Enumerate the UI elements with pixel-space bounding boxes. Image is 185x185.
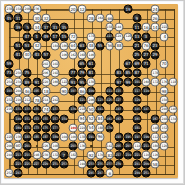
move-number: 25	[135, 53, 140, 57]
white-stone: 18	[41, 87, 50, 96]
move-number: 224	[80, 126, 85, 129]
white-stone: 152	[160, 123, 169, 132]
black-stone: 49	[41, 32, 50, 41]
move-number: 235	[98, 163, 103, 166]
move-number: 104	[61, 135, 66, 138]
move-number: 73	[7, 71, 12, 75]
move-number: 218	[80, 108, 85, 111]
move-number: 217	[116, 154, 121, 157]
move-number: 228	[7, 135, 12, 138]
move-number: 76	[144, 44, 149, 48]
move-number: 4	[163, 35, 165, 39]
move-number: 120	[162, 145, 167, 148]
move-number: 251	[143, 172, 148, 175]
white-stone: 92	[87, 151, 96, 160]
black-stone: 31	[14, 14, 23, 23]
black-stone: 47	[23, 32, 32, 41]
move-number: 108	[52, 145, 57, 148]
white-stone: 66	[105, 14, 114, 23]
move-number: 20	[71, 7, 76, 11]
move-number: 106	[61, 53, 66, 56]
black-stone: 109	[87, 87, 96, 96]
move-number: 30	[34, 16, 39, 20]
move-number: 142	[107, 145, 112, 148]
move-number: 207	[125, 145, 130, 148]
black-stone: 101	[133, 78, 142, 87]
move-number: 157	[52, 117, 57, 120]
move-number: 50	[89, 108, 94, 112]
black-stone: 37	[41, 23, 50, 32]
black-stone: 133	[23, 105, 32, 114]
white-stone: 174	[87, 32, 96, 41]
white-stone: 58	[151, 160, 160, 169]
white-stone: 126	[160, 133, 169, 142]
move-number: 155	[43, 117, 48, 120]
move-number: 227	[34, 163, 39, 166]
black-stone: 77	[69, 69, 78, 78]
white-stone: 168	[78, 50, 87, 59]
white-stone: 238	[5, 5, 14, 14]
black-stone: 147	[142, 105, 151, 114]
black-stone: 107	[69, 87, 78, 96]
move-number: 140	[171, 108, 176, 111]
white-stone: 84	[96, 114, 105, 123]
black-stone: 183	[23, 133, 32, 142]
black-stone: 97	[114, 78, 123, 87]
move-number: 199	[143, 135, 148, 138]
black-stone: 11	[133, 23, 142, 32]
move-number: 237	[107, 163, 112, 166]
black-stone: 221	[133, 151, 142, 160]
move-number: 215	[25, 154, 30, 157]
white-stone: 48	[87, 41, 96, 50]
move-number: 216	[7, 108, 12, 111]
move-number: 169	[16, 126, 21, 129]
black-stone: 197	[133, 133, 142, 142]
white-stone: 254	[5, 78, 14, 87]
white-stone: 192	[50, 69, 59, 78]
move-number: 176	[162, 81, 167, 84]
move-number: 3	[145, 35, 147, 39]
move-number: 14	[153, 25, 158, 29]
move-number: 129	[134, 99, 139, 102]
move-number: 119	[143, 90, 148, 93]
black-stone: 63	[78, 41, 87, 50]
white-stone: 70	[160, 60, 169, 69]
move-number: 175	[43, 126, 48, 129]
black-stone: 245	[87, 169, 96, 178]
white-stone: 76	[142, 41, 151, 50]
white-stone: 228	[5, 133, 14, 142]
white-stone: 24	[151, 5, 160, 14]
white-stone: 202	[41, 60, 50, 69]
move-number: 210	[16, 99, 21, 102]
move-number: 151	[25, 117, 30, 120]
move-number: 97	[116, 80, 121, 84]
white-stone: 234	[14, 78, 23, 87]
move-number: 75	[25, 71, 30, 75]
window-frame: 2381542082362012192445313032281646692639…	[0, 0, 185, 185]
white-stone: 106	[60, 50, 69, 59]
move-number: 117	[134, 90, 139, 93]
move-number: 222	[162, 26, 167, 29]
move-number: 52	[89, 117, 94, 121]
black-stone: 215	[23, 151, 32, 160]
move-number: 166	[52, 81, 57, 84]
black-stone: 237	[105, 160, 114, 169]
black-stone: 247	[96, 169, 105, 178]
black-stone: 229	[41, 160, 50, 169]
black-stone: 167	[151, 114, 160, 123]
black-stone: 149	[14, 114, 23, 123]
white-stone: 146	[87, 50, 96, 59]
move-number: 208	[25, 8, 30, 11]
black-stone: 5	[23, 23, 32, 32]
white-stone: 224	[78, 123, 87, 132]
move-number: 249	[134, 172, 139, 175]
white-stone: 118	[169, 78, 178, 87]
move-number: 254	[7, 81, 12, 84]
black-stone: 131	[14, 105, 23, 114]
move-number: 179	[107, 126, 112, 129]
move-number: 138	[80, 135, 85, 138]
move-number: 32	[43, 16, 48, 20]
black-stone: 225	[23, 160, 32, 169]
black-stone: 135	[32, 105, 41, 114]
move-number: 192	[52, 72, 57, 75]
go-board[interactable]: 2381542082362012192445313032281646692639…	[4, 4, 178, 178]
move-number: 211	[143, 145, 148, 148]
white-stone: 28	[87, 14, 96, 23]
move-number: 87	[135, 71, 140, 75]
white-stone: 178	[151, 69, 160, 78]
black-stone: 153	[32, 114, 41, 123]
move-number: 42	[34, 44, 39, 48]
move-number: 66	[107, 16, 112, 20]
black-stone: 57	[41, 50, 50, 59]
move-number: 107	[70, 90, 75, 93]
move-number: 205	[116, 145, 121, 148]
move-number: 180	[153, 145, 158, 148]
black-stone: 25	[133, 50, 142, 59]
move-number: 65	[80, 62, 85, 66]
black-stone: 87	[133, 69, 142, 78]
black-stone: 55	[96, 41, 105, 50]
white-stone: 4	[160, 32, 169, 41]
move-number: 234	[16, 81, 21, 84]
black-stone: 205	[114, 142, 123, 151]
black-stone: 171	[23, 123, 32, 132]
white-stone: 204	[14, 87, 23, 96]
move-number: 133	[25, 108, 30, 111]
white-stone: 86	[78, 87, 87, 96]
white-stone: 230	[41, 151, 50, 160]
move-number: 250	[16, 72, 21, 75]
move-number: 186	[61, 44, 66, 47]
move-number: 239	[116, 163, 121, 166]
black-stone: 249	[133, 169, 142, 178]
move-number: 131	[16, 108, 21, 111]
move-number: 241	[134, 163, 139, 166]
move-number: 45	[7, 16, 12, 20]
move-number: 136	[80, 145, 85, 148]
move-number: 150	[162, 99, 167, 102]
white-stone: 108	[50, 142, 59, 151]
black-stone: 67	[123, 60, 132, 69]
move-number: 252	[7, 172, 12, 175]
white-stone: 140	[169, 105, 178, 114]
black-stone: 85	[123, 69, 132, 78]
move-number: 183	[25, 135, 30, 138]
white-stone: 218	[78, 105, 87, 114]
move-number: 158	[107, 26, 112, 29]
white-stone: 56	[105, 41, 114, 50]
white-stone: 124	[114, 32, 123, 41]
move-number: 112	[153, 135, 158, 138]
move-number: 146	[89, 53, 94, 56]
move-number: 81	[89, 71, 94, 75]
move-number: 96	[98, 135, 103, 139]
white-stone: 184	[50, 41, 59, 50]
move-number: 246	[89, 99, 94, 102]
move-number: 57	[43, 53, 48, 57]
white-stone: 100	[69, 133, 78, 142]
black-stone: 121	[78, 96, 87, 105]
white-stone: 198	[32, 151, 41, 160]
move-number: 152	[162, 126, 167, 129]
move-number: 232	[7, 99, 12, 102]
black-stone: 115	[114, 87, 123, 96]
black-stone: 217	[114, 151, 123, 160]
black-stone: 209	[142, 160, 151, 169]
black-stone: 119	[142, 87, 151, 96]
black-stone: 193	[114, 133, 123, 142]
white-stone: 138	[78, 133, 87, 142]
white-stone: 186	[60, 41, 69, 50]
move-number: 115	[116, 90, 121, 93]
move-number: 67	[125, 62, 130, 66]
move-number: 5	[26, 25, 28, 29]
move-number: 248	[162, 117, 167, 120]
move-number: 159	[61, 117, 66, 120]
move-number: 167	[153, 117, 158, 120]
move-number: 60	[16, 144, 21, 148]
black-stone: 71	[142, 60, 151, 69]
black-stone: 241	[133, 160, 142, 169]
black-stone: 13	[133, 32, 142, 41]
move-number: 82	[107, 153, 112, 157]
black-stone: 117	[133, 87, 142, 96]
move-number: 1	[35, 35, 37, 39]
move-number: 122	[61, 81, 66, 84]
black-stone: 73	[5, 69, 14, 78]
move-number: 170	[98, 154, 103, 157]
white-stone: 170	[96, 151, 105, 160]
move-number: 174	[89, 35, 94, 38]
move-number: 144	[116, 26, 121, 29]
black-stone: 17	[50, 32, 59, 41]
black-stone: 7	[60, 151, 69, 160]
move-number: 185	[34, 135, 39, 138]
move-number: 128	[125, 35, 130, 38]
move-number: 84	[98, 117, 103, 121]
white-stone: 188	[96, 123, 105, 132]
black-stone: 59	[5, 60, 14, 69]
move-number: 233	[89, 163, 94, 166]
move-number: 149	[16, 117, 21, 120]
move-number: 94	[80, 117, 85, 121]
move-number: 161	[107, 117, 112, 120]
black-stone: 143	[114, 105, 123, 114]
move-number: 99	[125, 80, 130, 84]
white-stone: 158	[105, 23, 114, 32]
move-number: 213	[16, 154, 21, 157]
move-number: 35	[62, 25, 67, 29]
move-number: 153	[34, 117, 39, 120]
white-stone: 122	[60, 78, 69, 87]
black-stone: 45	[5, 14, 14, 23]
move-number: 188	[98, 126, 103, 129]
black-stone: 1	[32, 32, 41, 41]
white-stone: 246	[87, 96, 96, 105]
black-stone: 3	[142, 32, 151, 41]
white-stone: 34	[32, 23, 41, 32]
move-number: 121	[80, 99, 85, 102]
black-stone: 157	[50, 114, 59, 123]
move-number: 124	[116, 35, 121, 38]
black-stone: 151	[23, 114, 32, 123]
move-number: 137	[52, 108, 57, 111]
move-number: 61	[89, 62, 94, 66]
black-stone: 53	[23, 41, 32, 50]
white-stone: 42	[32, 41, 41, 50]
black-stone: 99	[123, 78, 132, 87]
black-stone: 253	[60, 160, 69, 169]
move-number: 164	[98, 17, 103, 20]
move-number: 194	[80, 163, 85, 166]
white-stone: 94	[78, 114, 87, 123]
move-number: 230	[43, 154, 48, 157]
black-stone: 91	[32, 78, 41, 87]
move-number: 59	[7, 62, 12, 66]
move-number: 85	[125, 71, 130, 75]
black-stone: 125	[105, 96, 114, 105]
white-stone: 216	[5, 105, 14, 114]
black-stone: 83	[114, 69, 123, 78]
white-stone: 142	[105, 142, 114, 151]
black-stone: 185	[32, 133, 41, 142]
move-number: 40	[25, 53, 30, 57]
move-number: 220	[43, 81, 48, 84]
black-stone: 231	[50, 160, 59, 169]
move-number: 53	[25, 44, 30, 48]
black-stone: 129	[133, 96, 142, 105]
black-stone: 15	[60, 32, 69, 41]
move-number: 190	[70, 126, 76, 129]
black-stone: 19	[123, 5, 132, 14]
move-number: 177	[52, 126, 57, 129]
move-number: 135	[34, 108, 39, 111]
move-number: 244	[7, 154, 12, 157]
move-number: 243	[16, 172, 21, 175]
move-number: 93	[71, 80, 76, 84]
white-stone: 52	[87, 114, 96, 123]
move-number: 7	[63, 153, 65, 157]
move-number: 58	[153, 162, 158, 166]
black-stone: 113	[105, 32, 114, 41]
move-number: 33	[52, 25, 57, 29]
black-stone: 105	[32, 87, 41, 96]
black-stone: 69	[133, 60, 142, 69]
move-number: 114	[134, 145, 139, 148]
move-number: 72	[71, 35, 76, 39]
white-stone: 248	[160, 114, 169, 123]
white-stone: 206	[41, 69, 50, 78]
white-stone: 136	[78, 142, 87, 151]
white-stone: 32	[41, 14, 50, 23]
white-stone: 242	[50, 96, 59, 105]
black-stone: 21	[133, 41, 142, 50]
move-number: 193	[116, 135, 121, 138]
move-number: 178	[153, 72, 158, 75]
move-number: 78	[34, 98, 39, 102]
move-number: 111	[107, 90, 112, 93]
black-stone: 175	[41, 123, 50, 132]
move-number: 253	[61, 163, 66, 166]
black-stone: 41	[14, 50, 23, 59]
white-stone: 236	[32, 5, 41, 14]
black-stone: 219	[123, 151, 132, 160]
move-number: 130	[89, 81, 94, 84]
move-number: 9	[136, 16, 138, 20]
black-stone: 207	[123, 142, 132, 151]
move-number: 132	[52, 154, 57, 157]
black-stone: 111	[105, 87, 114, 96]
move-number: 118	[171, 81, 176, 84]
move-number: 204	[16, 90, 21, 93]
black-stone: 89	[23, 78, 32, 87]
white-stone: 156	[14, 133, 23, 142]
white-stone: 226	[41, 142, 50, 151]
move-number: 139	[70, 108, 75, 111]
black-stone: 181	[133, 123, 142, 132]
black-stone: 179	[105, 123, 114, 132]
black-stone: 81	[87, 69, 96, 78]
move-number: 92	[89, 153, 94, 157]
move-number: 16	[144, 25, 149, 29]
white-stone: 114	[133, 142, 142, 151]
move-number: 109	[89, 90, 94, 93]
white-stone: 72	[69, 32, 78, 41]
black-stone: 33	[50, 23, 59, 32]
move-number: 37	[43, 25, 48, 29]
white-stone: 190	[69, 123, 78, 132]
white-stone: 74	[41, 105, 50, 114]
white-stone: 208	[23, 5, 32, 14]
white-stone: 98	[160, 87, 169, 96]
move-number: 212	[25, 99, 30, 102]
black-stone: 199	[142, 133, 151, 142]
black-stone: 123	[96, 96, 105, 105]
white-stone: 26	[151, 14, 160, 23]
move-number: 187	[43, 135, 48, 138]
move-number: 110	[143, 154, 148, 157]
white-stone: 128	[123, 32, 132, 41]
move-number: 100	[70, 135, 75, 138]
black-stone: 61	[87, 60, 96, 69]
white-stone: 214	[41, 96, 50, 105]
black-stone: 93	[69, 78, 78, 87]
